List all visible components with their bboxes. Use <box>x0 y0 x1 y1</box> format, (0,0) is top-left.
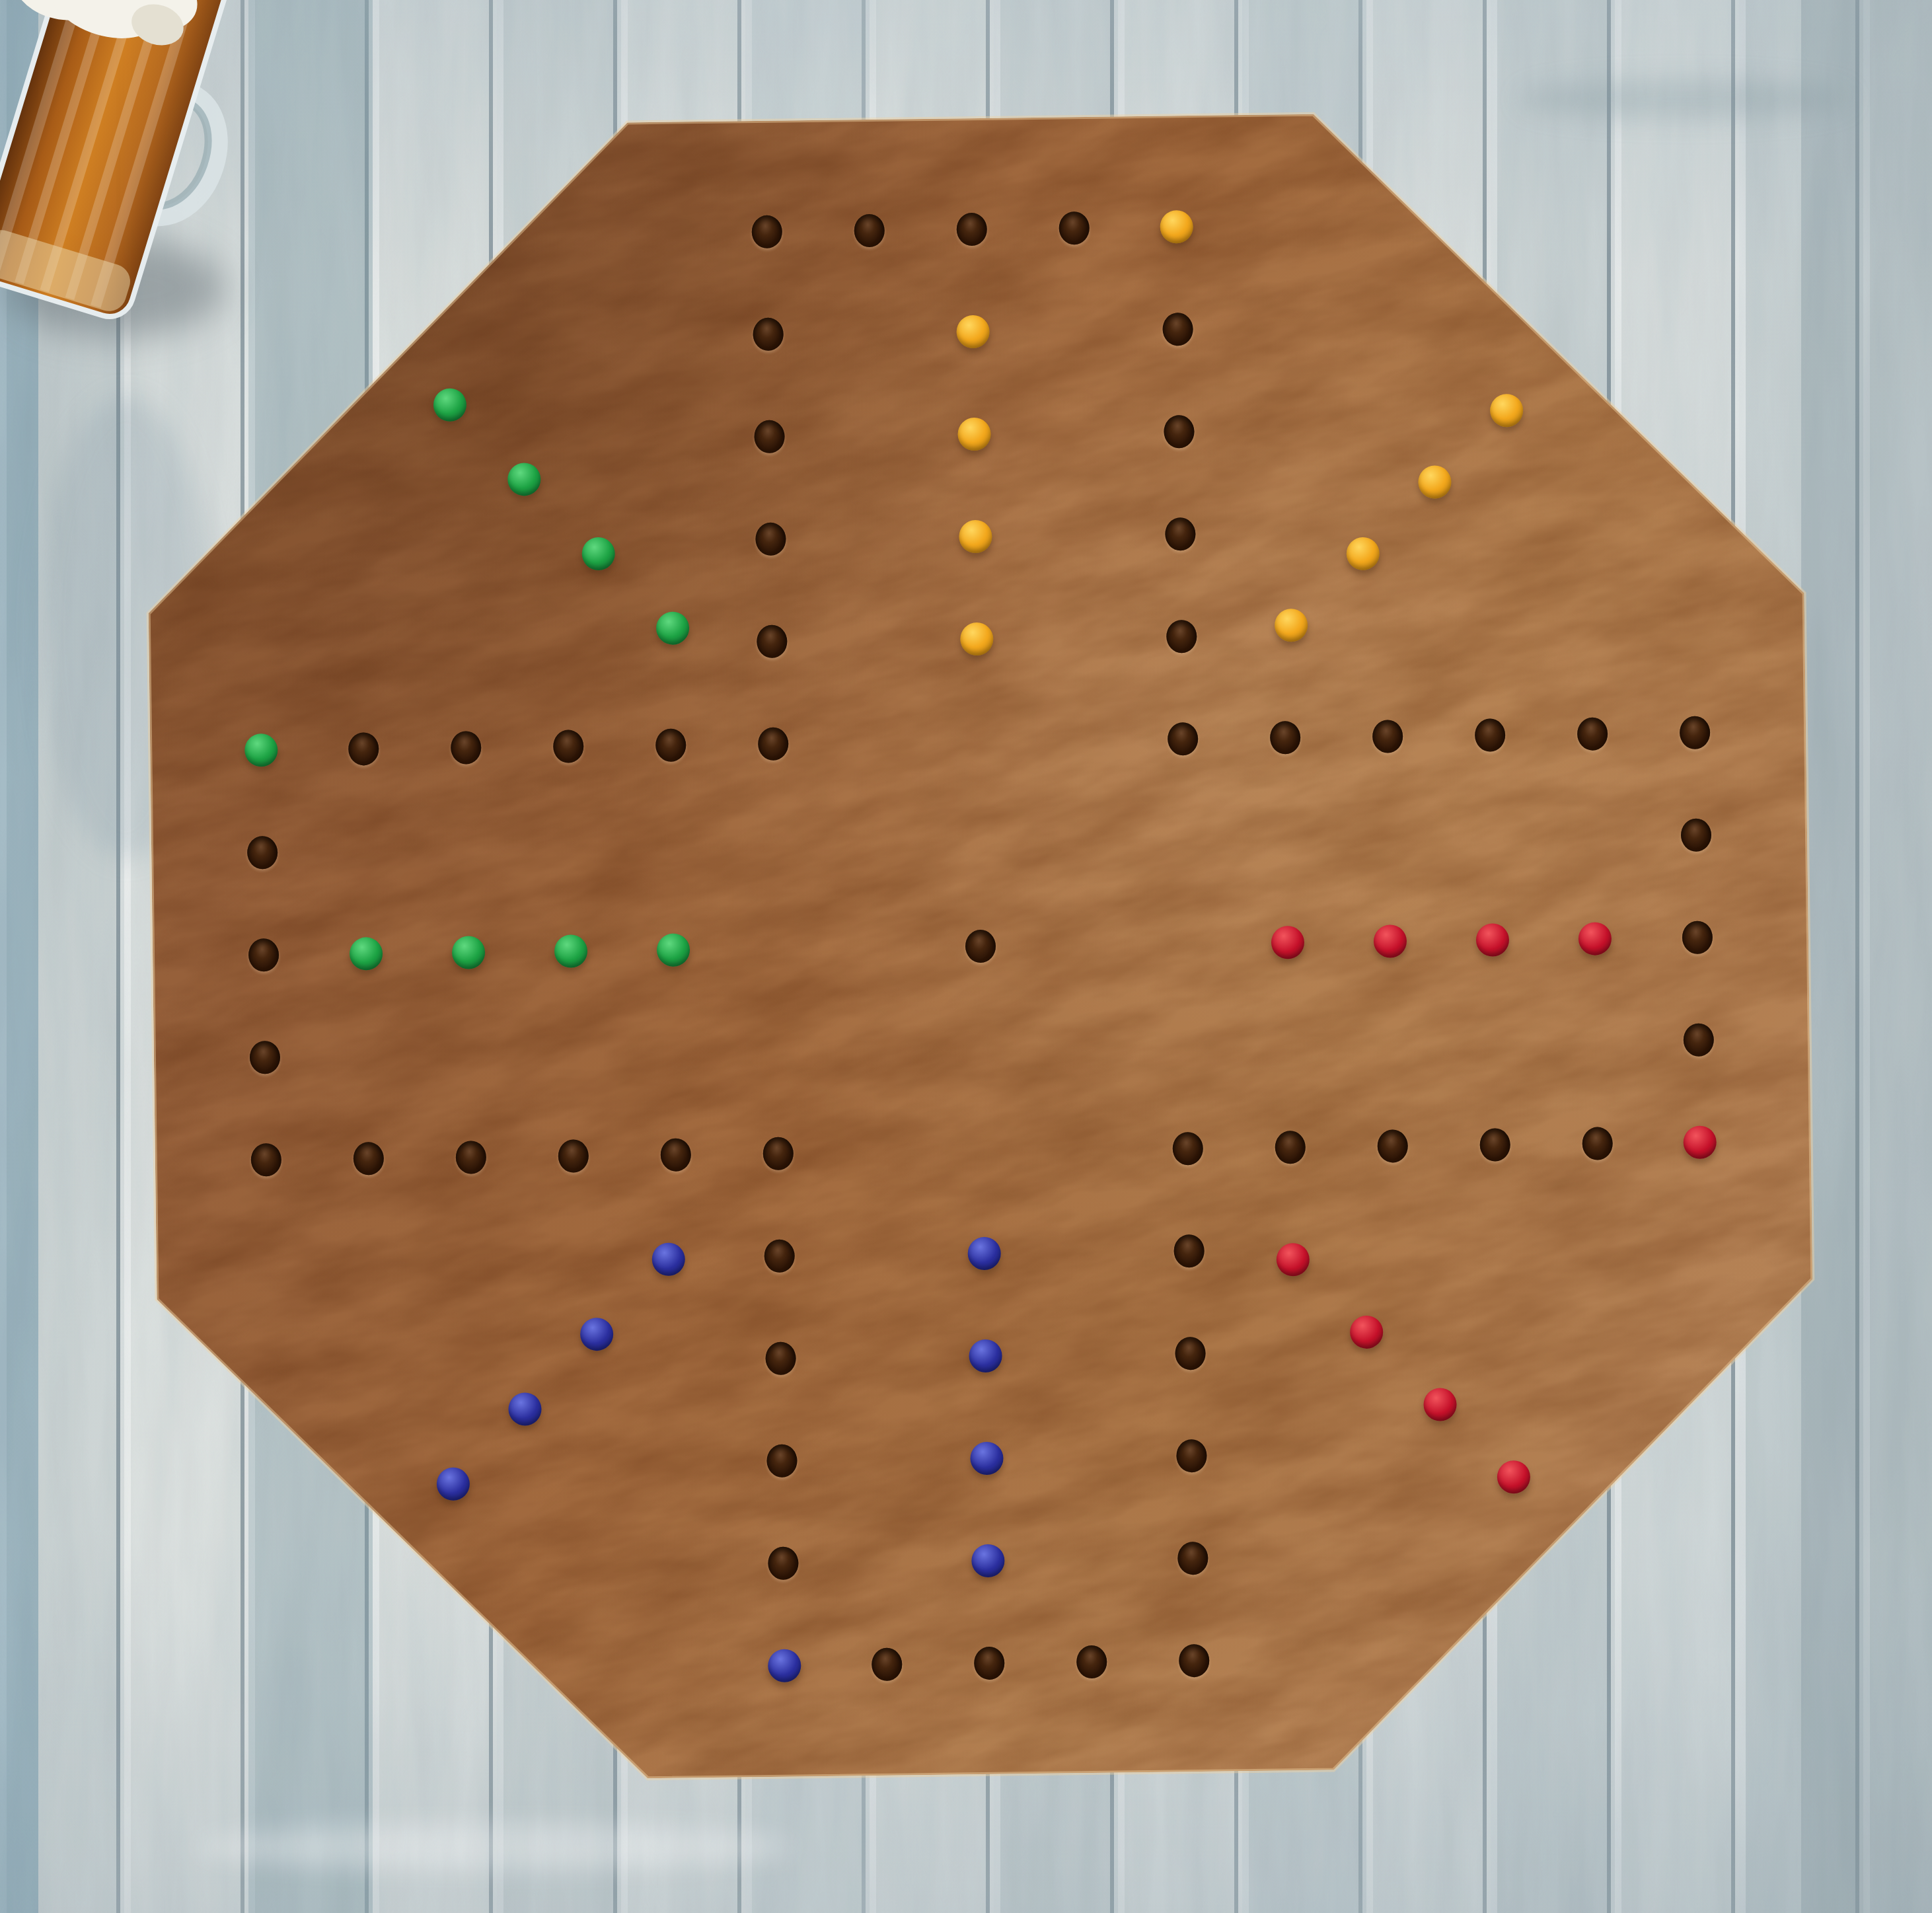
hole-track-21[interactable] <box>1377 1129 1408 1163</box>
hole-track-42[interactable] <box>251 1143 282 1177</box>
hole-track-30[interactable] <box>974 1647 1005 1680</box>
hole-track-31[interactable] <box>872 1648 903 1682</box>
hole-home-blue-4[interactable] <box>971 1544 1005 1578</box>
hole-base-green-1[interactable] <box>433 388 467 422</box>
hole-track-00[interactable] <box>751 215 782 249</box>
hole-home-green-2[interactable] <box>452 936 486 969</box>
hole-track-48[interactable] <box>451 731 482 765</box>
hole-home-yellow-3[interactable] <box>959 520 992 554</box>
hole-track-17[interactable] <box>1684 1023 1715 1057</box>
hole-track-06[interactable] <box>1164 415 1195 449</box>
hole-track-12[interactable] <box>1475 718 1506 752</box>
hole-base-yellow-1[interactable] <box>1490 394 1524 428</box>
hole-track-32-start-blue[interactable] <box>768 1649 801 1682</box>
hole-home-yellow-1[interactable] <box>956 315 990 349</box>
hole-track-50[interactable] <box>655 728 687 762</box>
hole-track-19[interactable] <box>1582 1127 1613 1160</box>
hole-track-01[interactable] <box>854 214 885 248</box>
hole-track-40[interactable] <box>456 1141 487 1174</box>
hole-track-35[interactable] <box>765 1341 796 1375</box>
hole-track-36[interactable] <box>764 1239 795 1273</box>
hole-track-10[interactable] <box>1270 721 1301 755</box>
hole-track-13[interactable] <box>1577 717 1608 751</box>
board-container <box>0 0 1932 1913</box>
hole-track-44[interactable] <box>248 938 279 972</box>
hole-track-43[interactable] <box>250 1041 281 1074</box>
hole-home-green-3[interactable] <box>554 934 588 968</box>
hole-base-green-4[interactable] <box>656 611 690 645</box>
hole-track-38[interactable] <box>661 1138 692 1172</box>
hole-base-red-3[interactable] <box>1423 1388 1457 1421</box>
hole-base-red-4[interactable] <box>1497 1460 1531 1494</box>
hole-base-red-2[interactable] <box>1350 1316 1384 1349</box>
hole-track-51[interactable] <box>758 728 789 761</box>
hole-home-blue-2[interactable] <box>969 1339 1002 1373</box>
hole-track-52[interactable] <box>757 625 788 659</box>
hole-home-blue-1[interactable] <box>967 1237 1001 1271</box>
hole-track-22[interactable] <box>1275 1131 1306 1164</box>
hole-base-blue-3[interactable] <box>508 1392 542 1426</box>
hole-home-yellow-4[interactable] <box>960 622 994 656</box>
photo-scene <box>0 0 1932 1913</box>
hole-track-18-start-red[interactable] <box>1683 1125 1717 1159</box>
hole-home-blue-3[interactable] <box>970 1442 1004 1476</box>
holes-layer <box>0 0 1932 1913</box>
hole-track-28[interactable] <box>1179 1644 1210 1678</box>
hole-track-55[interactable] <box>753 318 784 352</box>
hole-track-04-start-yellow[interactable] <box>1160 210 1193 244</box>
hole-track-11[interactable] <box>1372 720 1403 753</box>
hole-track-45[interactable] <box>247 836 278 870</box>
hole-track-27[interactable] <box>1177 1542 1208 1575</box>
hole-track-20[interactable] <box>1479 1128 1510 1162</box>
hole-track-15[interactable] <box>1681 818 1712 852</box>
hole-track-37[interactable] <box>763 1137 794 1170</box>
hole-home-red-4[interactable] <box>1579 922 1612 956</box>
hole-base-yellow-3[interactable] <box>1346 537 1380 571</box>
hole-home-red-2[interactable] <box>1374 924 1407 958</box>
hole-track-23[interactable] <box>1172 1132 1203 1166</box>
hole-track-41[interactable] <box>353 1142 385 1176</box>
hole-track-47[interactable] <box>348 732 379 766</box>
hole-track-24[interactable] <box>1173 1234 1205 1268</box>
hole-track-05[interactable] <box>1162 313 1193 346</box>
hole-base-blue-4[interactable] <box>437 1468 470 1501</box>
hole-base-yellow-4[interactable] <box>1275 609 1308 642</box>
hole-track-26[interactable] <box>1176 1439 1207 1473</box>
hole-track-02[interactable] <box>956 213 987 246</box>
hole-home-red-1[interactable] <box>1271 926 1305 959</box>
hole-track-54[interactable] <box>754 420 785 454</box>
hole-home-green-4[interactable] <box>657 933 690 967</box>
hole-home-green-1[interactable] <box>350 937 383 971</box>
hole-base-green-2[interactable] <box>507 463 541 496</box>
hole-track-09[interactable] <box>1168 722 1199 756</box>
hole-track-39[interactable] <box>558 1139 589 1173</box>
hole-center-hole[interactable] <box>965 930 996 963</box>
hole-home-yellow-2[interactable] <box>957 418 991 451</box>
hole-track-33[interactable] <box>768 1546 799 1580</box>
hole-base-blue-2[interactable] <box>580 1318 614 1351</box>
hole-base-green-3[interactable] <box>581 537 615 571</box>
hole-track-08[interactable] <box>1166 620 1197 654</box>
hole-track-03[interactable] <box>1059 211 1090 245</box>
hole-home-red-3[interactable] <box>1476 923 1510 957</box>
hole-track-53[interactable] <box>755 523 786 556</box>
hole-track-14[interactable] <box>1680 716 1711 749</box>
hole-base-yellow-2[interactable] <box>1418 465 1452 499</box>
hole-track-25[interactable] <box>1175 1337 1206 1370</box>
hole-track-34[interactable] <box>766 1444 798 1478</box>
hole-base-blue-1[interactable] <box>651 1243 685 1277</box>
hole-track-16[interactable] <box>1682 920 1713 954</box>
hole-base-red-1[interactable] <box>1277 1243 1310 1277</box>
hole-track-49[interactable] <box>553 730 584 763</box>
hole-track-29[interactable] <box>1076 1645 1107 1679</box>
hole-track-46-start-green[interactable] <box>244 733 278 767</box>
glass-mug <box>0 0 278 363</box>
hole-track-07[interactable] <box>1165 517 1196 551</box>
